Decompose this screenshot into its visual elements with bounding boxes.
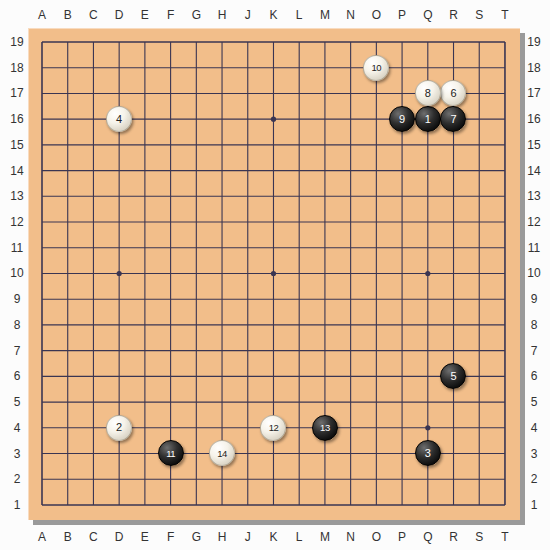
col-label-top-O: O <box>372 8 381 22</box>
col-label-top-D: D <box>115 8 124 22</box>
stone-black-Q3: 3 <box>415 440 441 466</box>
row-label-left-12: 12 <box>10 215 23 229</box>
row-label-left-13: 13 <box>10 189 23 203</box>
stone-white-D16: 4 <box>106 106 132 132</box>
col-label-top-L: L <box>296 8 303 22</box>
row-label-left-15: 15 <box>10 138 23 152</box>
row-label-left-2: 2 <box>14 472 21 486</box>
col-label-bottom-S: S <box>475 530 483 544</box>
row-label-right-6: 6 <box>531 369 538 383</box>
move-number: 3 <box>425 448 431 459</box>
row-label-left-19: 19 <box>10 35 23 49</box>
stone-white-R17: 6 <box>440 80 466 106</box>
row-label-left-8: 8 <box>14 318 21 332</box>
row-label-right-3: 3 <box>531 447 538 461</box>
row-label-right-19: 19 <box>527 35 540 49</box>
col-label-bottom-P: P <box>398 530 406 544</box>
move-number: 2 <box>116 422 122 433</box>
row-label-right-11: 11 <box>528 241 540 255</box>
row-label-left-14: 14 <box>10 164 23 178</box>
go-board[interactable]: 1234567891011121314 <box>28 28 520 520</box>
col-label-top-E: E <box>141 8 149 22</box>
col-label-bottom-T: T <box>501 530 508 544</box>
stones-layer: 1234567891011121314 <box>29 29 518 518</box>
col-label-top-G: G <box>192 8 201 22</box>
row-label-left-17: 17 <box>10 86 23 100</box>
col-label-bottom-E: E <box>141 530 149 544</box>
go-diagram: 1234567891011121314 AABBCCDDEEFFGGHHJJKK… <box>0 0 550 550</box>
col-label-bottom-G: G <box>192 530 201 544</box>
row-label-left-1: 1 <box>14 498 21 512</box>
row-label-right-13: 13 <box>527 189 540 203</box>
stone-black-F3: 11 <box>158 440 184 466</box>
row-label-right-8: 8 <box>531 318 538 332</box>
move-number: 12 <box>269 423 279 433</box>
col-label-bottom-R: R <box>449 530 458 544</box>
row-label-left-5: 5 <box>14 395 21 409</box>
row-label-right-16: 16 <box>527 112 540 126</box>
stone-white-D4: 2 <box>106 415 132 441</box>
col-label-bottom-K: K <box>269 530 277 544</box>
stone-black-P16: 9 <box>389 106 415 132</box>
col-label-top-F: F <box>167 8 174 22</box>
row-label-right-7: 7 <box>531 344 538 358</box>
stone-black-Q16: 1 <box>415 106 441 132</box>
col-label-top-J: J <box>245 8 251 22</box>
row-label-right-14: 14 <box>527 164 540 178</box>
stone-white-H3: 14 <box>209 440 235 466</box>
row-label-left-11: 11 <box>11 241 23 255</box>
col-label-top-R: R <box>449 8 458 22</box>
col-label-top-S: S <box>475 8 483 22</box>
move-number: 6 <box>450 88 456 99</box>
row-label-left-10: 10 <box>10 266 23 280</box>
move-number: 9 <box>399 114 405 125</box>
col-label-bottom-H: H <box>218 530 227 544</box>
col-label-bottom-F: F <box>167 530 174 544</box>
move-number: 1 <box>425 114 431 125</box>
row-label-left-3: 3 <box>14 447 21 461</box>
row-label-left-16: 16 <box>10 112 23 126</box>
stone-white-O18: 10 <box>363 55 389 81</box>
row-label-left-9: 9 <box>14 292 21 306</box>
row-label-right-18: 18 <box>527 61 540 75</box>
col-label-bottom-Q: Q <box>423 530 432 544</box>
move-number: 5 <box>450 371 456 382</box>
col-label-bottom-L: L <box>296 530 303 544</box>
row-label-left-18: 18 <box>10 61 23 75</box>
col-label-bottom-J: J <box>245 530 251 544</box>
col-label-top-N: N <box>346 8 355 22</box>
col-label-bottom-D: D <box>115 530 124 544</box>
row-label-right-2: 2 <box>531 472 538 486</box>
stone-black-R16: 7 <box>440 106 466 132</box>
row-label-right-9: 9 <box>531 292 538 306</box>
col-label-top-H: H <box>218 8 227 22</box>
col-label-bottom-O: O <box>372 530 381 544</box>
col-label-top-B: B <box>64 8 72 22</box>
move-number: 14 <box>217 449 227 459</box>
col-label-bottom-C: C <box>89 530 98 544</box>
stone-black-M4: 13 <box>312 415 338 441</box>
row-label-right-17: 17 <box>527 86 540 100</box>
col-label-bottom-M: M <box>320 530 330 544</box>
col-label-top-Q: Q <box>423 8 432 22</box>
move-number: 7 <box>450 114 456 125</box>
row-label-right-15: 15 <box>527 138 540 152</box>
move-number: 10 <box>372 63 382 73</box>
row-label-left-7: 7 <box>14 344 21 358</box>
stone-black-R6: 5 <box>440 363 466 389</box>
col-label-bottom-A: A <box>38 530 46 544</box>
move-number: 8 <box>425 88 431 99</box>
col-label-top-P: P <box>398 8 406 22</box>
row-label-right-5: 5 <box>531 395 538 409</box>
col-label-top-C: C <box>89 8 98 22</box>
stone-white-K4: 12 <box>260 415 286 441</box>
move-number: 4 <box>116 114 122 125</box>
col-label-top-T: T <box>501 8 508 22</box>
row-label-left-4: 4 <box>14 421 21 435</box>
col-label-bottom-N: N <box>346 530 355 544</box>
col-label-top-A: A <box>38 8 46 22</box>
row-label-right-10: 10 <box>527 266 540 280</box>
row-label-right-12: 12 <box>527 215 540 229</box>
col-label-top-K: K <box>269 8 277 22</box>
row-label-right-4: 4 <box>531 421 538 435</box>
row-label-left-6: 6 <box>14 369 21 383</box>
move-number: 13 <box>320 423 330 433</box>
move-number: 11 <box>166 449 175 459</box>
col-label-top-M: M <box>320 8 330 22</box>
row-label-right-1: 1 <box>531 498 538 512</box>
stone-white-Q17: 8 <box>415 80 441 106</box>
col-label-bottom-B: B <box>64 530 72 544</box>
